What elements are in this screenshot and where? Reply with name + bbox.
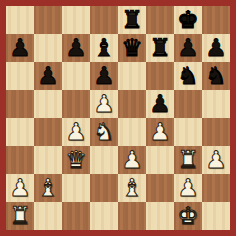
square-d7[interactable]: ♝ <box>90 34 118 62</box>
square-f1[interactable] <box>146 202 174 230</box>
square-e5[interactable] <box>118 90 146 118</box>
square-e2[interactable]: ♝ <box>118 174 146 202</box>
square-d2[interactable] <box>90 174 118 202</box>
piece-white-bishop: ♝ <box>121 174 143 202</box>
square-h5[interactable] <box>202 90 230 118</box>
square-h8[interactable] <box>202 6 230 34</box>
square-h2[interactable] <box>202 174 230 202</box>
square-c4[interactable]: ♟ <box>62 118 90 146</box>
square-g5[interactable] <box>174 90 202 118</box>
square-f6[interactable] <box>146 62 174 90</box>
square-f3[interactable] <box>146 146 174 174</box>
square-a3[interactable] <box>6 146 34 174</box>
piece-black-pawn: ♟ <box>9 34 31 62</box>
square-g1[interactable]: ♚ <box>174 202 202 230</box>
square-c3[interactable]: ♛ <box>62 146 90 174</box>
square-c6[interactable] <box>62 62 90 90</box>
square-g2[interactable]: ♟ <box>174 174 202 202</box>
square-g7[interactable]: ♟ <box>174 34 202 62</box>
square-f5[interactable]: ♟ <box>146 90 174 118</box>
square-b6[interactable]: ♟ <box>34 62 62 90</box>
square-b5[interactable] <box>34 90 62 118</box>
piece-white-pawn: ♟ <box>149 118 171 146</box>
square-b4[interactable] <box>34 118 62 146</box>
piece-white-pawn: ♟ <box>121 146 143 174</box>
chess-board: ♜♚♟♟♝♛♜♟♟♟♟♞♞♟♟♟♞♟♛♟♜♟♟♝♝♟♜♚ <box>6 6 230 230</box>
piece-black-queen: ♛ <box>121 34 143 62</box>
square-c8[interactable] <box>62 6 90 34</box>
board-frame: ♜♚♟♟♝♛♜♟♟♟♟♞♞♟♟♟♞♟♛♟♜♟♟♝♝♟♜♚ <box>0 0 236 236</box>
piece-black-pawn: ♟ <box>93 62 115 90</box>
piece-white-king: ♚ <box>177 202 199 230</box>
square-f2[interactable] <box>146 174 174 202</box>
square-a6[interactable] <box>6 62 34 90</box>
square-b1[interactable] <box>34 202 62 230</box>
piece-white-pawn: ♟ <box>93 90 115 118</box>
square-g3[interactable]: ♜ <box>174 146 202 174</box>
square-a8[interactable] <box>6 6 34 34</box>
square-b2[interactable]: ♝ <box>34 174 62 202</box>
square-a5[interactable] <box>6 90 34 118</box>
square-h1[interactable] <box>202 202 230 230</box>
square-c7[interactable]: ♟ <box>62 34 90 62</box>
square-a1[interactable]: ♜ <box>6 202 34 230</box>
piece-black-pawn: ♟ <box>37 62 59 90</box>
piece-black-pawn: ♟ <box>177 34 199 62</box>
piece-black-king: ♚ <box>177 6 199 34</box>
square-c2[interactable] <box>62 174 90 202</box>
square-e6[interactable] <box>118 62 146 90</box>
square-e3[interactable]: ♟ <box>118 146 146 174</box>
piece-white-pawn: ♟ <box>177 174 199 202</box>
square-h7[interactable]: ♟ <box>202 34 230 62</box>
square-f4[interactable]: ♟ <box>146 118 174 146</box>
piece-black-knight: ♞ <box>205 62 227 90</box>
square-d1[interactable] <box>90 202 118 230</box>
square-d5[interactable]: ♟ <box>90 90 118 118</box>
square-f8[interactable] <box>146 6 174 34</box>
piece-black-pawn: ♟ <box>205 34 227 62</box>
piece-white-pawn: ♟ <box>9 174 31 202</box>
square-b3[interactable] <box>34 146 62 174</box>
square-e7[interactable]: ♛ <box>118 34 146 62</box>
square-d6[interactable]: ♟ <box>90 62 118 90</box>
piece-black-rook: ♜ <box>149 34 171 62</box>
piece-white-rook: ♜ <box>177 146 199 174</box>
square-f7[interactable]: ♜ <box>146 34 174 62</box>
piece-black-rook: ♜ <box>121 6 143 34</box>
piece-white-queen: ♛ <box>65 146 87 174</box>
piece-black-bishop: ♝ <box>93 34 115 62</box>
square-c1[interactable] <box>62 202 90 230</box>
square-h3[interactable]: ♟ <box>202 146 230 174</box>
piece-black-pawn: ♟ <box>65 34 87 62</box>
square-d4[interactable]: ♞ <box>90 118 118 146</box>
square-d3[interactable] <box>90 146 118 174</box>
square-b7[interactable] <box>34 34 62 62</box>
square-g8[interactable]: ♚ <box>174 6 202 34</box>
piece-white-bishop: ♝ <box>37 174 59 202</box>
square-a7[interactable]: ♟ <box>6 34 34 62</box>
piece-black-pawn: ♟ <box>149 90 171 118</box>
square-d8[interactable] <box>90 6 118 34</box>
piece-black-knight: ♞ <box>177 62 199 90</box>
piece-white-rook: ♜ <box>9 202 31 230</box>
square-g4[interactable] <box>174 118 202 146</box>
square-c5[interactable] <box>62 90 90 118</box>
square-a2[interactable]: ♟ <box>6 174 34 202</box>
square-a4[interactable] <box>6 118 34 146</box>
square-e1[interactable] <box>118 202 146 230</box>
square-h4[interactable] <box>202 118 230 146</box>
square-e8[interactable]: ♜ <box>118 6 146 34</box>
square-g6[interactable]: ♞ <box>174 62 202 90</box>
piece-white-knight: ♞ <box>93 118 115 146</box>
piece-white-pawn: ♟ <box>65 118 87 146</box>
square-h6[interactable]: ♞ <box>202 62 230 90</box>
piece-white-pawn: ♟ <box>205 146 227 174</box>
square-b8[interactable] <box>34 6 62 34</box>
square-e4[interactable] <box>118 118 146 146</box>
